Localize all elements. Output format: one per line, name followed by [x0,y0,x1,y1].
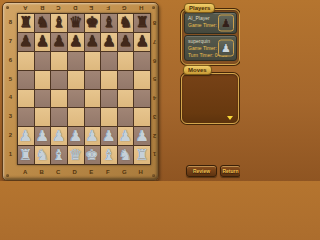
coord-label: E [83,3,100,13]
coord-label: 6 [150,51,159,70]
black-king[interactable]: ♚ [86,15,99,30]
white-knight[interactable]: ♞ [119,148,132,163]
white-knight[interactable]: ♞ [36,148,49,163]
black-knight[interactable]: ♞ [119,15,132,30]
chess-board[interactable]: ♜♞♝♛♚♝♞♜♟♟♟♟♟♟♟♟♟♟♟♟♟♟♟♟♜♞♝♛♚♝♞♜ [17,13,151,165]
white-pawn[interactable]: ♟ [135,129,148,144]
coord-label: A [17,3,34,13]
square-b2[interactable]: ♟ [35,127,51,145]
square-e4[interactable] [85,90,101,108]
square-b8[interactable]: ♞ [35,14,51,32]
coord-label: 1 [6,144,15,163]
coord-label: 2 [150,126,159,145]
square-d4[interactable] [68,90,84,108]
square-b6[interactable] [35,52,51,70]
square-f7[interactable]: ♟ [101,33,117,51]
square-a7[interactable]: ♟ [18,33,34,51]
square-d7[interactable]: ♟ [68,33,84,51]
square-h2[interactable]: ♟ [134,127,150,145]
square-e6[interactable] [85,52,101,70]
square-f6[interactable] [101,52,117,70]
player-name: AI_Player [188,15,210,21]
coord-label: C [50,3,67,13]
square-b3[interactable] [35,108,51,126]
coord-label: 4 [150,88,159,107]
square-g5[interactable] [118,71,134,89]
white-pawn[interactable]: ♟ [52,129,65,144]
coord-label: 1 [150,144,159,163]
square-d6[interactable] [68,52,84,70]
return-button-label: Return [222,168,238,174]
black-pawn[interactable]: ♟ [86,34,99,49]
black-rook[interactable]: ♜ [19,15,32,30]
coord-label: H [133,167,150,177]
black-pawn[interactable]: ♟ [36,34,49,49]
square-h4[interactable] [134,90,150,108]
square-a1[interactable]: ♜ [18,146,34,164]
coord-label: E [83,167,100,177]
coord-label: G [116,3,133,13]
square-g7[interactable]: ♟ [118,33,134,51]
square-c6[interactable] [51,52,67,70]
review-button-label: Review [193,168,210,174]
players-tab-label: Players [189,5,210,11]
white-rook[interactable]: ♜ [135,148,148,163]
square-a3[interactable] [18,108,34,126]
player-card-white: superquin Game Timer: 19:59 Turn Timer: … [184,35,237,61]
moves-tab: Moves [183,65,212,75]
coord-label: 3 [6,107,15,126]
square-c7[interactable]: ♟ [51,33,67,51]
corner-ornament [152,174,155,177]
square-f5[interactable] [101,71,117,89]
square-b7[interactable]: ♟ [35,33,51,51]
square-g1[interactable]: ♞ [118,146,134,164]
corner-ornament [152,6,155,9]
file-labels-bottom: ABCDEFGH [17,167,149,177]
coord-label: 5 [6,69,15,88]
square-g2[interactable]: ♟ [118,127,134,145]
square-b1[interactable]: ♞ [35,146,51,164]
white-bishop[interactable]: ♝ [102,148,115,163]
square-e7[interactable]: ♟ [85,33,101,51]
square-a6[interactable] [18,52,34,70]
white-pawn[interactable]: ♟ [69,129,82,144]
rank-labels-left: 87654321 [6,13,15,163]
moves-tab-label: Moves [188,67,207,73]
black-pawn[interactable]: ♟ [19,34,32,49]
white-king[interactable]: ♚ [86,148,99,163]
square-d3[interactable] [68,108,84,126]
black-pawn[interactable]: ♟ [69,34,82,49]
square-e3[interactable] [85,108,101,126]
square-e2[interactable]: ♟ [85,127,101,145]
scroll-down-icon[interactable] [227,116,233,120]
black-pawn[interactable]: ♟ [119,34,132,49]
square-c5[interactable] [51,71,67,89]
file-labels-top: ABCDEFGH [17,3,149,13]
coord-label: 8 [6,13,15,32]
square-h1[interactable]: ♜ [134,146,150,164]
corner-ornament [6,174,9,177]
square-a4[interactable] [18,90,34,108]
coord-label: 3 [150,107,159,126]
return-button[interactable]: Return [220,165,240,177]
white-pawn-icon: ♟ [218,40,234,57]
square-c2[interactable]: ♟ [51,127,67,145]
square-c4[interactable] [51,90,67,108]
square-h7[interactable]: ♟ [134,33,150,51]
coord-label: B [34,167,51,177]
coord-label: A [17,167,34,177]
white-queen[interactable]: ♛ [69,148,82,163]
white-bishop[interactable]: ♝ [52,148,65,163]
white-pawn[interactable]: ♟ [19,129,32,144]
black-pawn-icon: ♟ [218,15,234,32]
coord-label: G [116,167,133,177]
square-g3[interactable] [118,108,134,126]
white-pawn[interactable]: ♟ [102,129,115,144]
square-c1[interactable]: ♝ [51,146,67,164]
square-b5[interactable] [35,71,51,89]
square-a8[interactable]: ♜ [18,14,34,32]
square-h8[interactable]: ♜ [134,14,150,32]
square-e8[interactable]: ♚ [85,14,101,32]
white-pawn[interactable]: ♟ [86,129,99,144]
rank-labels-right: 87654321 [150,13,159,163]
square-e5[interactable] [85,71,101,89]
coord-label: 2 [6,126,15,145]
square-f1[interactable]: ♝ [101,146,117,164]
square-d1[interactable]: ♛ [68,146,84,164]
square-f2[interactable]: ♟ [101,127,117,145]
white-rook[interactable]: ♜ [19,148,32,163]
square-c3[interactable] [51,108,67,126]
square-e1[interactable]: ♚ [85,146,101,164]
square-d2[interactable]: ♟ [68,127,84,145]
square-a2[interactable]: ♟ [18,127,34,145]
square-h3[interactable] [134,108,150,126]
black-bishop[interactable]: ♝ [102,15,115,30]
coord-label: 8 [150,13,159,32]
coord-label: F [100,3,117,13]
coord-label: 7 [150,32,159,51]
square-f8[interactable]: ♝ [101,14,117,32]
corner-ornament [6,6,9,9]
players-tab: Players [184,3,215,13]
review-button[interactable]: Review [186,165,217,177]
white-pawn[interactable]: ♟ [119,129,132,144]
square-c8[interactable]: ♝ [51,14,67,32]
black-pawn[interactable]: ♟ [135,34,148,49]
player-name: superquin [188,38,210,44]
square-h6[interactable] [134,52,150,70]
square-d8[interactable]: ♛ [68,14,84,32]
square-h5[interactable] [134,71,150,89]
coord-label: D [67,3,84,13]
square-f3[interactable] [101,108,117,126]
player-card-black: AI_Player Game Timer: 20:00 ♟ [184,12,237,34]
square-g8[interactable]: ♞ [118,14,134,32]
coord-label: 6 [6,51,15,70]
black-rook[interactable]: ♜ [135,15,148,30]
coord-label: H [133,3,150,13]
square-g6[interactable] [118,52,134,70]
coord-label: F [100,167,117,177]
moves-panel [181,73,239,124]
square-g4[interactable] [118,90,134,108]
coord-label: 4 [6,88,15,107]
coord-label: 5 [150,69,159,88]
black-queen[interactable]: ♛ [69,15,82,30]
square-f4[interactable] [101,90,117,108]
black-pawn[interactable]: ♟ [102,34,115,49]
black-bishop[interactable]: ♝ [52,15,65,30]
black-pawn[interactable]: ♟ [52,34,65,49]
square-a5[interactable] [18,71,34,89]
square-b4[interactable] [35,90,51,108]
black-knight[interactable]: ♞ [36,15,49,30]
coord-label: 7 [6,32,15,51]
square-d5[interactable] [68,71,84,89]
white-pawn[interactable]: ♟ [36,129,49,144]
coord-label: B [34,3,51,13]
coord-label: D [67,167,84,177]
coord-label: C [50,167,67,177]
